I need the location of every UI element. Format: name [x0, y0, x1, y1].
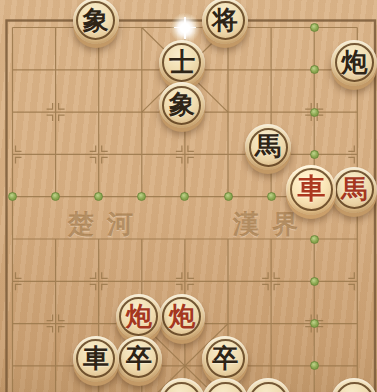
move-hint-dot[interactable]	[310, 150, 319, 159]
piece-character: 馬	[255, 133, 281, 159]
piece-red-chariot[interactable]: 車	[286, 165, 336, 215]
piece-character: 象	[169, 91, 195, 117]
piece-character: 象	[83, 7, 109, 33]
move-hint-dot[interactable]	[310, 277, 319, 286]
move-hint-dot[interactable]	[267, 192, 276, 201]
piece-character: 馬	[341, 176, 367, 202]
piece-character: 士	[169, 49, 195, 75]
piece-red-horse[interactable]: 馬	[331, 167, 377, 213]
piece-character: 炮	[169, 303, 195, 329]
xiangqi-app: { "game": "Xiangqi (Chinese Chess)", "th…	[0, 0, 377, 392]
piece-character: 車	[83, 345, 109, 371]
piece-red-cannon[interactable]: 炮	[159, 294, 205, 340]
piece-red-cannon[interactable]: 炮	[116, 294, 162, 340]
move-hint-dot[interactable]	[310, 319, 319, 328]
move-hint-dot[interactable]	[310, 65, 319, 74]
piece-black-chariot[interactable]: 車	[73, 336, 119, 382]
move-hint-dot[interactable]	[224, 192, 233, 201]
last-move-glow-marker	[170, 13, 200, 43]
piece-character: 炮	[341, 49, 367, 75]
piece-black-general[interactable]: 将	[202, 0, 248, 44]
piece-black-soldier[interactable]: 卒	[116, 336, 162, 382]
move-hint-dot[interactable]	[310, 108, 319, 117]
piece-black-elephant[interactable]: 象	[73, 0, 119, 44]
piece-character: 卒	[212, 345, 238, 371]
piece-black-advisor[interactable]: 士	[159, 40, 205, 86]
piece-character: 車	[297, 175, 325, 203]
move-hint-dot[interactable]	[310, 235, 319, 244]
piece-black-elephant[interactable]: 象	[159, 82, 205, 128]
piece-character: 炮	[126, 303, 152, 329]
move-hint-dot[interactable]	[310, 23, 319, 32]
river-label-chu-river: 楚河	[68, 207, 146, 242]
piece-character: 将	[212, 7, 238, 33]
piece-black-cannon[interactable]: 炮	[331, 40, 377, 86]
piece-character: 卒	[126, 345, 152, 371]
piece-black-soldier[interactable]: 卒	[202, 336, 248, 382]
